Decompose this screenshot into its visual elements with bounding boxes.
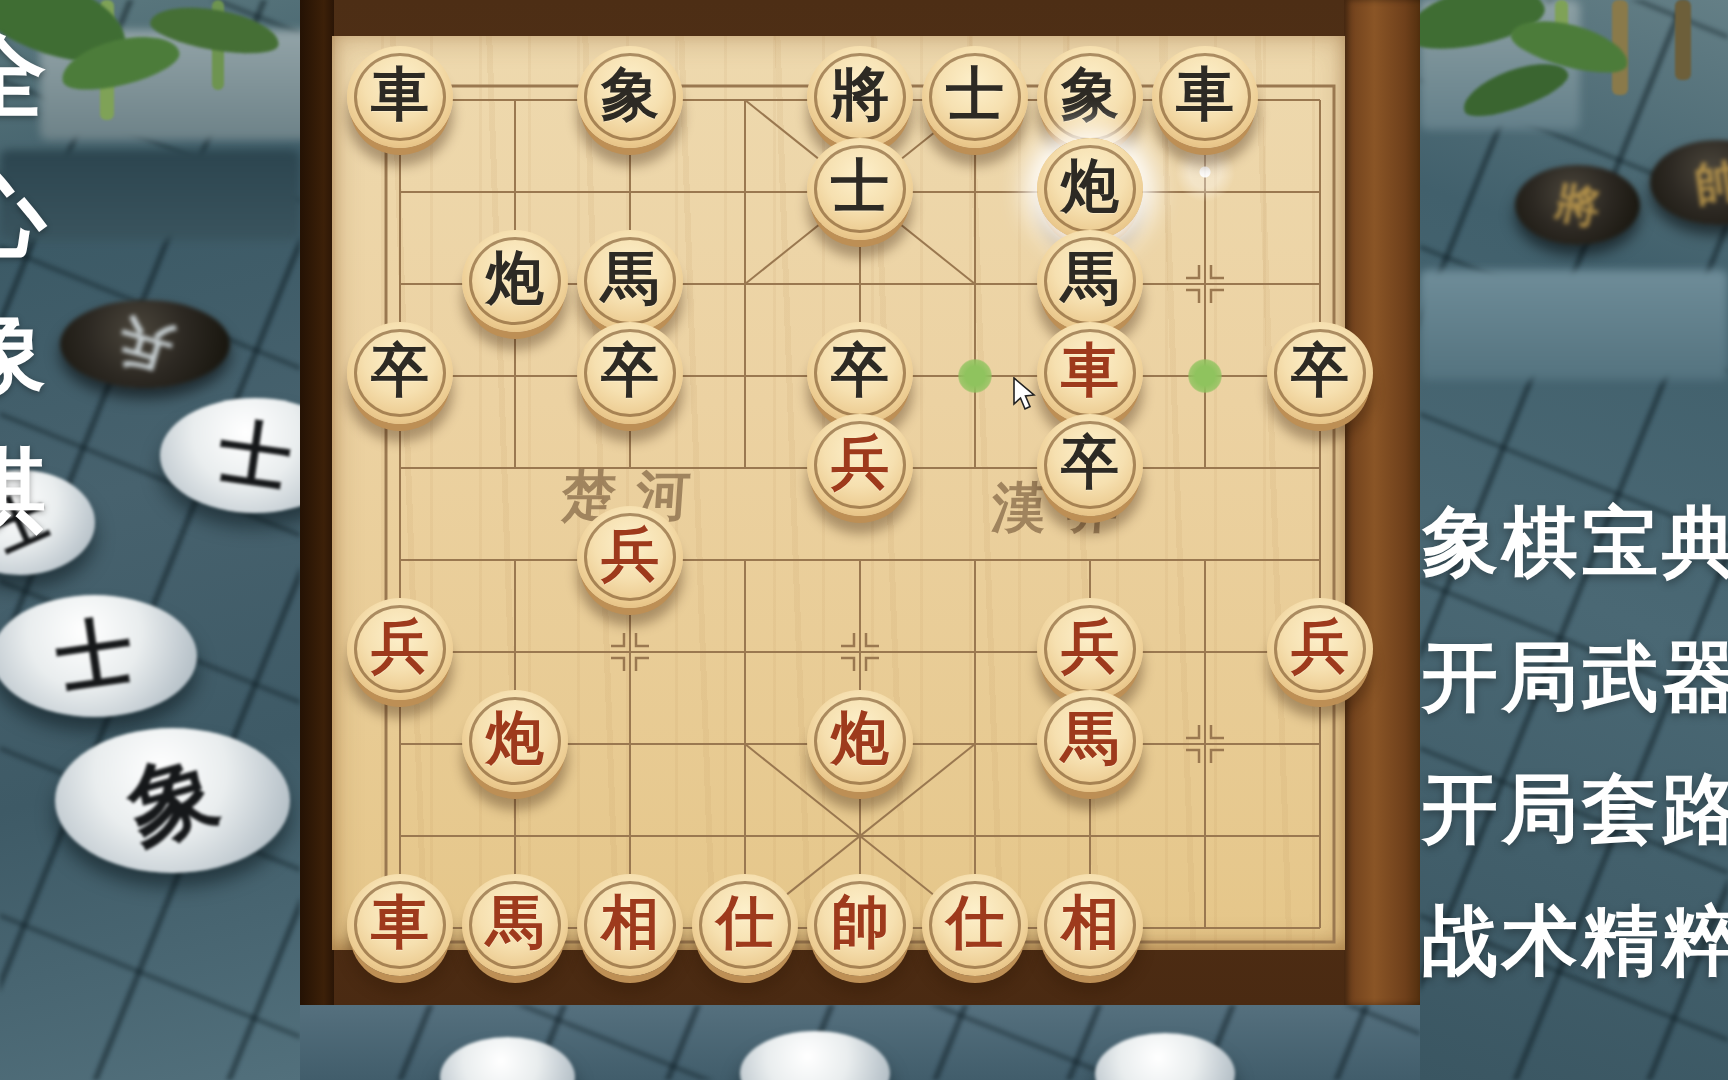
piece-glyph: 相	[577, 874, 683, 976]
piece-black-soldier[interactable]: 卒	[1267, 322, 1373, 424]
right-background-panel: 將 帥 象棋宝典 开局武器 开局套路 战术精粹	[1420, 0, 1728, 1080]
screen: 兵 士 士 士 象 全 心 象 棋 將	[0, 0, 1728, 1080]
piece-red-horse[interactable]: 馬	[1037, 690, 1143, 792]
piece-red-soldier[interactable]: 兵	[347, 598, 453, 700]
piece-red-soldier[interactable]: 兵	[577, 506, 683, 608]
piece-glyph: 馬	[1037, 690, 1143, 792]
left-vertical-caption-char: 全	[0, 30, 52, 122]
water-band	[1420, 270, 1728, 380]
piece-red-cannon[interactable]: 炮	[807, 690, 913, 792]
move-target-dot[interactable]	[958, 359, 992, 393]
piece-glyph: 馬	[462, 874, 568, 976]
xiangqi-board[interactable]: 楚河 漢界 車象將士象車士炮炮馬馬卒卒卒車卒卒兵兵兵兵兵炮炮馬車馬相仕帥仕相	[300, 0, 1420, 1005]
piece-glyph: 相	[1037, 874, 1143, 976]
piece-black-elephant[interactable]: 象	[1037, 46, 1143, 148]
piece-glyph: 士	[807, 138, 913, 240]
bottom-background-strip	[300, 1005, 1420, 1080]
piece-red-advisor[interactable]: 仕	[922, 874, 1028, 976]
piece-glyph: 兵	[1267, 598, 1373, 700]
piece-red-chariot[interactable]: 車	[1037, 322, 1143, 424]
move-target-dot[interactable]	[1188, 359, 1222, 393]
piece-black-cannon[interactable]: 炮	[462, 230, 568, 332]
piece-glyph: 卒	[807, 322, 913, 424]
piece-glyph: 象	[1037, 46, 1143, 148]
piece-glyph: 卒	[1267, 322, 1373, 424]
piece-black-elephant[interactable]: 象	[577, 46, 683, 148]
piece-glyph: 馬	[1037, 230, 1143, 332]
left-vertical-caption-char: 棋	[0, 444, 52, 536]
piece-black-cannon[interactable]: 炮	[1037, 138, 1143, 240]
piece-glyph: 帥	[807, 874, 913, 976]
piece-glyph: 兵	[577, 506, 683, 608]
piece-black-soldier[interactable]: 卒	[1037, 414, 1143, 516]
piece-red-elephant[interactable]: 相	[1037, 874, 1143, 976]
mouse-cursor-icon	[1012, 377, 1036, 415]
left-vertical-caption-char: 象	[0, 306, 52, 398]
piece-glyph: 兵	[347, 598, 453, 700]
piece-glyph: 車	[347, 874, 453, 976]
piece-glyph: 卒	[347, 322, 453, 424]
left-background-panel: 兵 士 士 士 象 全 心 象 棋	[0, 0, 300, 1080]
piece-black-horse[interactable]: 馬	[577, 230, 683, 332]
right-caption-line: 战术精粹	[1422, 891, 1728, 994]
piece-red-soldier[interactable]: 兵	[1037, 598, 1143, 700]
piece-black-chariot[interactable]: 車	[1152, 46, 1258, 148]
piece-black-advisor[interactable]: 士	[807, 138, 913, 240]
photo-piece-white: 象	[55, 728, 290, 873]
piece-glyph: 士	[922, 46, 1028, 148]
photo-piece-white: 士	[0, 595, 197, 717]
piece-glyph: 卒	[1037, 414, 1143, 516]
piece-glyph: 炮	[462, 230, 568, 332]
piece-glyph: 仕	[922, 874, 1028, 976]
piece-red-soldier[interactable]: 兵	[1267, 598, 1373, 700]
piece-glyph: 將	[807, 46, 913, 148]
piece-glyph: 車	[347, 46, 453, 148]
right-caption-line: 开局武器	[1422, 627, 1728, 730]
piece-black-general[interactable]: 將	[807, 46, 913, 148]
piece-glyph: 炮	[462, 690, 568, 792]
bamboo-stalk	[1675, 0, 1691, 80]
highlight-ring	[1173, 140, 1237, 204]
piece-glyph: 兵	[1037, 598, 1143, 700]
piece-red-cannon[interactable]: 炮	[462, 690, 568, 792]
right-caption-line: 象棋宝典	[1422, 492, 1728, 595]
piece-red-advisor[interactable]: 仕	[692, 874, 798, 976]
piece-red-soldier[interactable]: 兵	[807, 414, 913, 516]
piece-glyph: 象	[577, 46, 683, 148]
piece-glyph: 炮	[807, 690, 913, 792]
piece-black-soldier[interactable]: 卒	[807, 322, 913, 424]
piece-black-soldier[interactable]: 卒	[347, 322, 453, 424]
piece-black-advisor[interactable]: 士	[922, 46, 1028, 148]
piece-glyph: 車	[1037, 322, 1143, 424]
piece-black-soldier[interactable]: 卒	[577, 322, 683, 424]
piece-red-elephant[interactable]: 相	[577, 874, 683, 976]
photo-piece-dark: 兵	[60, 300, 230, 388]
piece-glyph: 馬	[577, 230, 683, 332]
piece-glyph: 仕	[692, 874, 798, 976]
piece-red-chariot[interactable]: 車	[347, 874, 453, 976]
right-caption-line: 开局套路	[1422, 759, 1728, 862]
piece-red-horse[interactable]: 馬	[462, 874, 568, 976]
piece-glyph: 兵	[807, 414, 913, 516]
piece-red-general[interactable]: 帥	[807, 874, 913, 976]
piece-black-horse[interactable]: 馬	[1037, 230, 1143, 332]
photo-piece-dark: 將	[1515, 165, 1640, 245]
piece-glyph: 炮	[1037, 138, 1143, 240]
left-vertical-caption-char: 心	[0, 168, 52, 260]
piece-glyph: 車	[1152, 46, 1258, 148]
piece-black-chariot[interactable]: 車	[347, 46, 453, 148]
piece-glyph: 卒	[577, 322, 683, 424]
